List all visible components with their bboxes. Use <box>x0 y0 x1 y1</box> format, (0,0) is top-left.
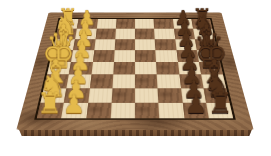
chess-board: ♜♟♟♜♞♟♟♞♝♟♟♝♛♟♟♛♚♟♟♚♝♟♟♝♞♟♟♞♜♟♟♜ <box>16 12 253 130</box>
square[interactable] <box>111 88 135 103</box>
square[interactable] <box>115 29 135 39</box>
square[interactable] <box>95 29 116 39</box>
square[interactable] <box>135 39 156 50</box>
playing-area: ♜♟♟♜♞♟♟♞♝♟♟♝♛♟♟♛♚♟♟♚♝♟♟♝♞♟♟♞♜♟♟♜ <box>34 18 236 120</box>
black-rook[interactable]: ♜ <box>208 89 234 118</box>
square[interactable] <box>154 19 174 29</box>
square[interactable] <box>135 62 157 75</box>
board-frame: ♜♟♟♜♞♟♟♞♝♟♟♝♛♟♟♛♚♟♟♚♝♟♟♝♞♟♟♞♜♟♟♜ <box>16 12 253 130</box>
square[interactable] <box>135 50 156 62</box>
square[interactable] <box>88 88 112 103</box>
square[interactable] <box>94 39 115 50</box>
square[interactable]: ♜ <box>37 103 64 119</box>
square[interactable]: ♜ <box>206 103 233 119</box>
square[interactable]: ♟ <box>61 103 87 119</box>
square[interactable] <box>156 50 178 62</box>
chess-set-photo: ♜♟♟♜♞♟♟♞♝♟♟♝♛♟♟♛♚♟♟♚♝♟♟♝♞♟♟♞♜♟♟♜ <box>0 0 271 156</box>
square[interactable] <box>154 29 175 39</box>
square[interactable] <box>89 75 113 89</box>
square[interactable] <box>96 19 116 29</box>
square[interactable] <box>113 62 135 75</box>
square[interactable] <box>112 75 135 89</box>
square[interactable] <box>156 62 179 75</box>
square[interactable] <box>155 39 176 50</box>
square[interactable] <box>135 75 158 89</box>
square[interactable] <box>159 103 184 119</box>
square[interactable] <box>158 88 182 103</box>
square[interactable] <box>110 103 135 119</box>
white-rook[interactable]: ♜ <box>36 89 62 118</box>
square[interactable] <box>114 50 135 62</box>
square[interactable]: ♟ <box>182 103 208 119</box>
square[interactable] <box>116 19 135 29</box>
square[interactable] <box>91 62 114 75</box>
square[interactable] <box>93 50 115 62</box>
white-pawn[interactable]: ♟ <box>62 92 85 117</box>
square[interactable] <box>135 103 160 119</box>
square[interactable] <box>114 39 135 50</box>
square[interactable] <box>135 19 154 29</box>
square[interactable] <box>135 88 159 103</box>
square[interactable] <box>135 29 155 39</box>
black-pawn[interactable]: ♟ <box>185 92 208 117</box>
square[interactable] <box>86 103 111 119</box>
square[interactable] <box>157 75 181 89</box>
